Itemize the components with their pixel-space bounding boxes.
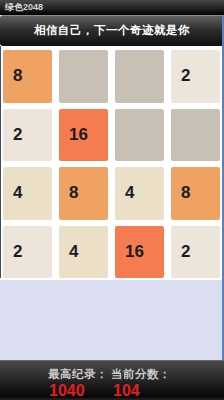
status-bar: 绿色2048: [0, 0, 224, 15]
empty-cell: [171, 109, 220, 162]
current-score-value: 104: [113, 382, 140, 400]
tile-8: 8: [171, 167, 220, 220]
empty-cell: [115, 50, 164, 103]
score-bar: 最高纪录： 当前分数： 1040 104: [0, 360, 224, 400]
tile-8: 8: [3, 50, 52, 103]
best-score-label: 最高纪录：: [48, 367, 108, 382]
best-score-value: 1040: [49, 382, 85, 400]
tile-16: 16: [115, 226, 164, 279]
app-screen: 绿色2048 相信自己，下一个奇迹就是你 82216484824162 最高纪录…: [0, 0, 224, 400]
tile-2: 2: [171, 226, 220, 279]
tile-4: 4: [59, 226, 108, 279]
tile-2: 2: [171, 50, 220, 103]
tile-2: 2: [3, 226, 52, 279]
banner-text: 相信自己，下一个奇迹就是你: [34, 24, 190, 36]
tile-8: 8: [59, 167, 108, 220]
ad-banner[interactable]: 相信自己，下一个奇迹就是你: [0, 15, 224, 46]
tile-4: 4: [115, 167, 164, 220]
board-lower-area: [0, 280, 224, 360]
tile-2: 2: [3, 109, 52, 162]
app-title: 绿色2048: [5, 2, 43, 12]
game-board[interactable]: 82216484824162: [3, 50, 220, 278]
empty-cell: [115, 109, 164, 162]
board-left-edge: [0, 46, 1, 278]
tile-4: 4: [3, 167, 52, 220]
scrollbar[interactable]: [222, 15, 224, 360]
empty-cell: [59, 50, 108, 103]
tile-16: 16: [59, 109, 108, 162]
current-score-label: 当前分数：: [111, 367, 171, 382]
